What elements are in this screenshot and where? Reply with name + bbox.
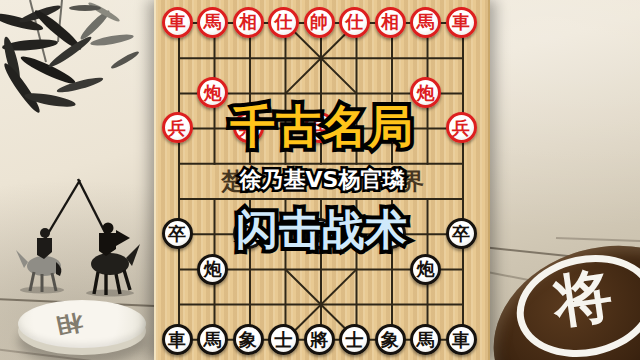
piece-red-相[interactable]: 相 (233, 7, 264, 38)
piece-black-車[interactable]: 車 (446, 324, 477, 355)
piece-black-炮[interactable]: 炮 (410, 254, 441, 285)
fallen-white-piece: 相 (18, 300, 146, 352)
piece-red-相[interactable]: 相 (375, 7, 406, 38)
piece-red-馬[interactable]: 馬 (197, 7, 228, 38)
caption-matchup: 徐乃基VS杨官璘 (154, 165, 490, 195)
piece-black-炮[interactable]: 炮 (197, 254, 228, 285)
horsemen-ink-art (12, 172, 152, 302)
corner-piece-glyph: 将 (544, 261, 622, 334)
piece-red-車[interactable]: 車 (446, 7, 477, 38)
video-frame: 相 (0, 0, 640, 360)
piece-red-馬[interactable]: 馬 (410, 7, 441, 38)
piece-black-將[interactable]: 將 (304, 324, 335, 355)
piece-black-馬[interactable]: 馬 (410, 324, 441, 355)
piece-black-士[interactable]: 士 (339, 324, 370, 355)
fallen-piece-glyph: 相 (53, 307, 85, 341)
caption-title-top: 千古名局 (154, 97, 490, 157)
piece-red-帥[interactable]: 帥 (304, 7, 335, 38)
caption-title-bottom: 闪击战术 (154, 202, 490, 258)
piece-red-車[interactable]: 車 (162, 7, 193, 38)
piece-black-馬[interactable]: 馬 (197, 324, 228, 355)
bamboo-ink-art (0, 0, 170, 130)
piece-red-仕[interactable]: 仕 (268, 7, 299, 38)
piece-black-象[interactable]: 象 (233, 324, 264, 355)
piece-black-車[interactable]: 車 (162, 324, 193, 355)
piece-black-士[interactable]: 士 (268, 324, 299, 355)
piece-black-象[interactable]: 象 (375, 324, 406, 355)
piece-red-仕[interactable]: 仕 (339, 7, 370, 38)
floor-line (556, 237, 640, 242)
